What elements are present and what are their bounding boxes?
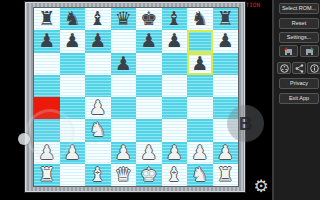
piece-black-pawn: ♟ xyxy=(213,30,239,52)
square-f1[interactable]: ♝ xyxy=(162,164,188,186)
app-window: ITION ♜♞♝♛♚♝♞♜♟♟♟♟♟♟♟♟♟♞♟♟♟♟♟♟♟♜♝♛♚♝♞♜ B… xyxy=(0,0,320,200)
chess-board-frame: ♜♞♝♛♚♝♞♜♟♟♟♟♟♟♟♟♟♞♟♟♟♟♟♟♟♜♝♛♚♝♞♜ xyxy=(24,1,246,193)
dpad-overlay[interactable] xyxy=(25,109,75,159)
gamepad-settings-button[interactable] xyxy=(277,62,291,74)
square-f5[interactable] xyxy=(162,75,188,97)
square-d1[interactable]: ♛ xyxy=(111,164,137,186)
square-h2[interactable]: ♟ xyxy=(213,142,239,164)
square-g7[interactable] xyxy=(187,30,213,52)
b-button[interactable]: B xyxy=(227,105,264,142)
square-f3[interactable] xyxy=(162,119,188,141)
square-h6[interactable] xyxy=(213,53,239,75)
share-button[interactable] xyxy=(292,62,306,74)
piece-black-knight: ♞ xyxy=(187,8,213,30)
piece-black-king: ♚ xyxy=(136,8,162,30)
square-g2[interactable]: ♟ xyxy=(187,142,213,164)
square-c3[interactable]: ♞ xyxy=(85,119,111,141)
square-c2[interactable] xyxy=(85,142,111,164)
piece-white-king: ♚ xyxy=(136,164,162,186)
piece-black-rook: ♜ xyxy=(213,8,239,30)
piece-white-pawn: ♟ xyxy=(85,97,111,119)
piece-white-pawn: ♟ xyxy=(162,142,188,164)
square-g1[interactable]: ♞ xyxy=(187,164,213,186)
square-a6[interactable] xyxy=(34,53,60,75)
square-d5[interactable] xyxy=(111,75,137,97)
piece-white-rook: ♜ xyxy=(34,164,60,186)
square-e6[interactable] xyxy=(136,53,162,75)
square-g6[interactable]: ♟ xyxy=(187,53,213,75)
square-c8[interactable]: ♝ xyxy=(85,8,111,30)
piece-white-pawn: ♟ xyxy=(187,142,213,164)
square-h5[interactable] xyxy=(213,75,239,97)
settings-button[interactable]: Settings... xyxy=(279,32,319,43)
square-e1[interactable]: ♚ xyxy=(136,164,162,186)
square-b8[interactable]: ♞ xyxy=(60,8,86,30)
chess-board[interactable]: ♜♞♝♛♚♝♞♜♟♟♟♟♟♟♟♟♟♞♟♟♟♟♟♟♟♜♝♛♚♝♞♜ xyxy=(34,8,238,186)
square-c7[interactable]: ♟ xyxy=(85,30,111,52)
piece-black-bishop: ♝ xyxy=(85,8,111,30)
square-a7[interactable]: ♟ xyxy=(34,30,60,52)
square-b7[interactable]: ♟ xyxy=(60,30,86,52)
square-g5[interactable] xyxy=(187,75,213,97)
info-button[interactable] xyxy=(307,62,320,74)
piece-white-rook: ♜ xyxy=(213,164,239,186)
square-c5[interactable] xyxy=(85,75,111,97)
piece-black-pawn: ♟ xyxy=(136,30,162,52)
square-e2[interactable]: ♟ xyxy=(136,142,162,164)
select-rom-button[interactable]: Select ROM... xyxy=(279,3,319,14)
square-f8[interactable]: ♝ xyxy=(162,8,188,30)
square-g8[interactable]: ♞ xyxy=(187,8,213,30)
gamepad-icon xyxy=(280,64,289,73)
square-d4[interactable] xyxy=(111,97,137,119)
square-f7[interactable]: ♟ xyxy=(162,30,188,52)
square-b5[interactable] xyxy=(60,75,86,97)
piece-white-bishop: ♝ xyxy=(85,164,111,186)
square-a1[interactable]: ♜ xyxy=(34,164,60,186)
square-c1[interactable]: ♝ xyxy=(85,164,111,186)
privacy-button[interactable]: Privacy xyxy=(279,78,319,89)
piece-white-knight: ♞ xyxy=(85,119,111,141)
piece-black-pawn: ♟ xyxy=(85,30,111,52)
square-g4[interactable] xyxy=(187,97,213,119)
square-d7[interactable] xyxy=(111,30,137,52)
piece-black-pawn: ♟ xyxy=(111,53,137,75)
square-f4[interactable] xyxy=(162,97,188,119)
gear-icon[interactable]: ⚙ xyxy=(251,176,271,196)
piece-white-knight: ♞ xyxy=(187,164,213,186)
piece-white-queen: ♛ xyxy=(111,164,137,186)
square-f2[interactable]: ♟ xyxy=(162,142,188,164)
save-state-button[interactable] xyxy=(279,45,298,57)
joystick-anchor-dot[interactable] xyxy=(18,133,30,145)
square-c6[interactable] xyxy=(85,53,111,75)
load-state-button[interactable] xyxy=(300,45,319,57)
piece-black-knight: ♞ xyxy=(60,8,86,30)
exit-app-button[interactable]: Exit App xyxy=(279,93,319,104)
piece-black-pawn: ♟ xyxy=(187,53,213,75)
square-a8[interactable]: ♜ xyxy=(34,8,60,30)
square-e8[interactable]: ♚ xyxy=(136,8,162,30)
square-d6[interactable]: ♟ xyxy=(111,53,137,75)
square-h8[interactable]: ♜ xyxy=(213,8,239,30)
square-h7[interactable]: ♟ xyxy=(213,30,239,52)
reset-button[interactable]: Reset xyxy=(279,18,319,29)
sidebar: Select ROM... Reset Settings... xyxy=(272,0,320,200)
square-a5[interactable] xyxy=(34,75,60,97)
square-e5[interactable] xyxy=(136,75,162,97)
square-b1[interactable] xyxy=(60,164,86,186)
load-state-icon xyxy=(305,47,314,56)
share-icon xyxy=(295,64,304,73)
piece-black-pawn: ♟ xyxy=(34,30,60,52)
square-b6[interactable] xyxy=(60,53,86,75)
square-e4[interactable] xyxy=(136,97,162,119)
piece-black-queen: ♛ xyxy=(111,8,137,30)
piece-white-pawn: ♟ xyxy=(213,142,239,164)
piece-white-pawn: ♟ xyxy=(136,142,162,164)
square-d3[interactable] xyxy=(111,119,137,141)
square-f6[interactable] xyxy=(162,53,188,75)
piece-black-pawn: ♟ xyxy=(60,30,86,52)
piece-black-pawn: ♟ xyxy=(162,30,188,52)
square-c4[interactable]: ♟ xyxy=(85,97,111,119)
square-d2[interactable]: ♟ xyxy=(111,142,137,164)
piece-white-pawn: ♟ xyxy=(111,142,137,164)
square-e3[interactable] xyxy=(136,119,162,141)
square-g3[interactable] xyxy=(187,119,213,141)
square-d8[interactable]: ♛ xyxy=(111,8,137,30)
info-icon xyxy=(310,64,319,73)
save-state-icon xyxy=(284,47,293,56)
piece-black-bishop: ♝ xyxy=(162,8,188,30)
piece-black-rook: ♜ xyxy=(34,8,60,30)
emulator-screen: ITION ♜♞♝♛♚♝♞♜♟♟♟♟♟♟♟♟♟♞♟♟♟♟♟♟♟♜♝♛♚♝♞♜ B… xyxy=(0,0,272,200)
rom-title-text: ITION xyxy=(242,1,272,8)
piece-white-bishop: ♝ xyxy=(162,164,188,186)
square-e7[interactable]: ♟ xyxy=(136,30,162,52)
square-h1[interactable]: ♜ xyxy=(213,164,239,186)
